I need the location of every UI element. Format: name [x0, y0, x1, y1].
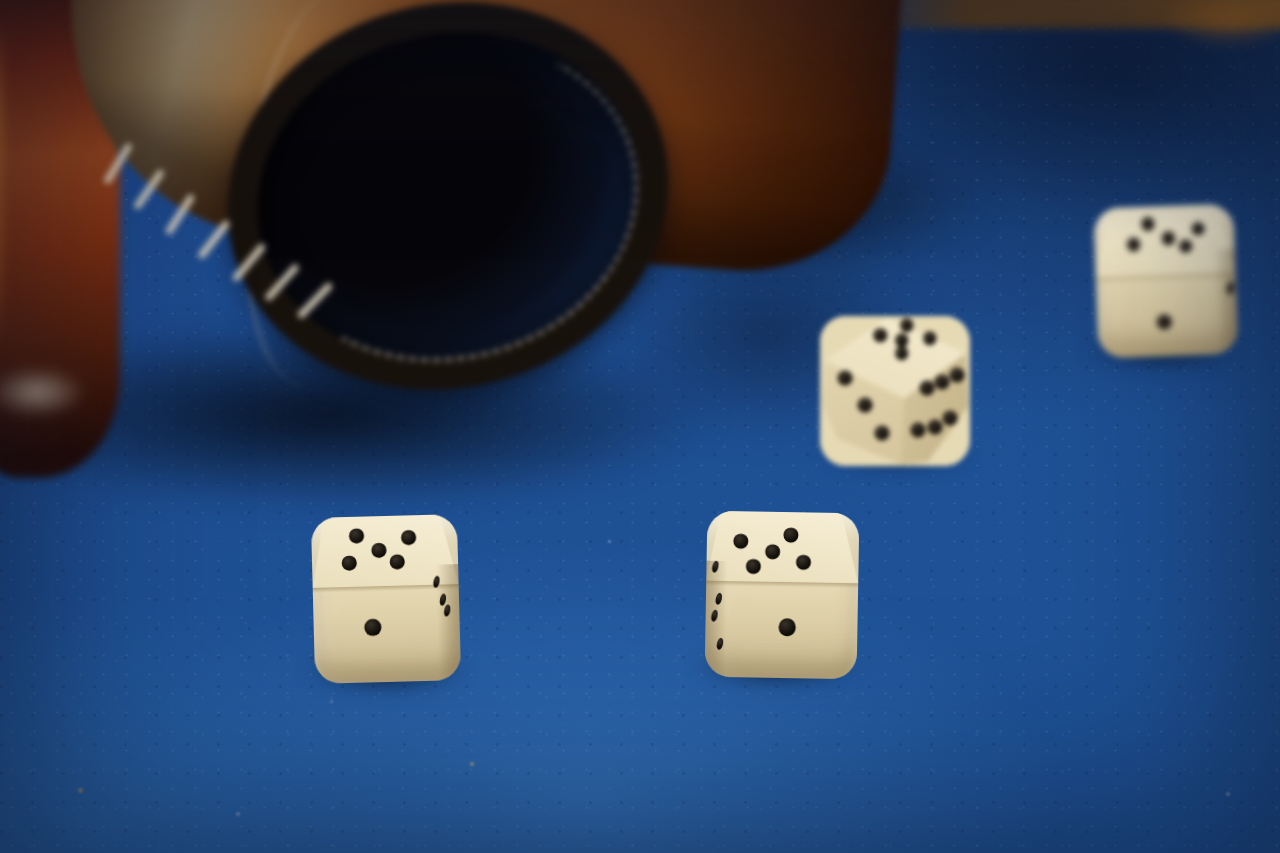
pip-right [943, 411, 958, 426]
die-far-right [1093, 204, 1238, 359]
pip-front [1157, 314, 1173, 330]
pip-top [349, 528, 364, 543]
pip-left [858, 397, 873, 412]
pip-top [371, 543, 386, 558]
pip-top [390, 554, 405, 569]
pip-front [364, 619, 381, 636]
pip-right [928, 419, 943, 434]
pip-top [895, 333, 909, 347]
pip-right [919, 381, 934, 396]
pip-top [401, 530, 416, 545]
pip-top [873, 328, 887, 342]
pip-front [778, 618, 796, 636]
pip-top [341, 555, 356, 570]
dice-layer [0, 0, 1280, 853]
pip-top [900, 318, 914, 332]
die-center [705, 511, 860, 680]
pip-right [911, 423, 926, 438]
pip-left [874, 426, 889, 441]
dice-photo [0, 0, 1280, 853]
die-side-shading [436, 564, 461, 681]
pip-right [934, 374, 949, 389]
pip-left [838, 371, 853, 386]
die-upper-right [820, 316, 970, 466]
die-left [311, 514, 461, 684]
pip-top [923, 332, 937, 346]
die-top-face [706, 511, 859, 583]
die-side-shading [1214, 249, 1239, 355]
pip-right [949, 367, 964, 382]
pip-top [895, 347, 909, 361]
